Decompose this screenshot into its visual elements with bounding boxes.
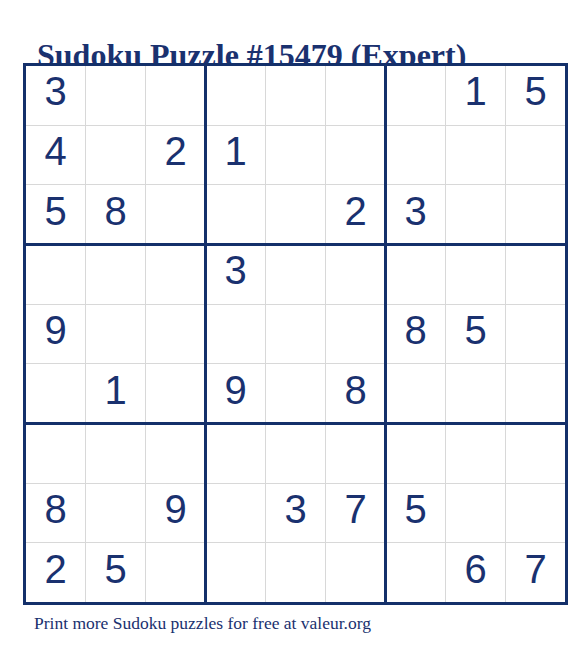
cell-r4c7 xyxy=(386,245,445,304)
cell-r7c4 xyxy=(206,424,265,483)
cell-r6c6: 8 xyxy=(326,364,385,423)
cell-r2c5 xyxy=(266,126,325,185)
cell-r1c9: 5 xyxy=(506,66,565,125)
cell-r5c8: 5 xyxy=(446,305,505,364)
cell-r8c6: 7 xyxy=(326,484,385,543)
cell-r7c9 xyxy=(506,424,565,483)
cell-r9c8: 6 xyxy=(446,543,505,602)
cell-r9c9: 7 xyxy=(506,543,565,602)
cell-r2c9 xyxy=(506,126,565,185)
cell-r2c1: 4 xyxy=(26,126,85,185)
cell-r9c3 xyxy=(146,543,205,602)
cell-r8c4 xyxy=(206,484,265,543)
cell-r4c8 xyxy=(446,245,505,304)
cell-r3c9 xyxy=(506,185,565,244)
cell-r7c2 xyxy=(86,424,145,483)
cell-r8c3: 9 xyxy=(146,484,205,543)
cell-r3c7: 3 xyxy=(386,185,445,244)
cell-r9c4 xyxy=(206,543,265,602)
cell-r2c3: 2 xyxy=(146,126,205,185)
cell-r8c8 xyxy=(446,484,505,543)
cell-r3c5 xyxy=(266,185,325,244)
cell-r7c8 xyxy=(446,424,505,483)
cell-r6c2: 1 xyxy=(86,364,145,423)
sudoku-board: 31542158233985198893752567 xyxy=(23,63,568,605)
cell-r5c7: 8 xyxy=(386,305,445,364)
cell-r6c3 xyxy=(146,364,205,423)
cell-r3c3 xyxy=(146,185,205,244)
cell-r7c7 xyxy=(386,424,445,483)
cell-r4c1 xyxy=(26,245,85,304)
cell-r4c5 xyxy=(266,245,325,304)
cell-r5c3 xyxy=(146,305,205,364)
cell-r9c5 xyxy=(266,543,325,602)
cell-r6c4: 9 xyxy=(206,364,265,423)
cell-r8c2 xyxy=(86,484,145,543)
cell-r3c2: 8 xyxy=(86,185,145,244)
cell-r8c5: 3 xyxy=(266,484,325,543)
cell-r5c6 xyxy=(326,305,385,364)
cell-r3c6: 2 xyxy=(326,185,385,244)
footer-text: Print more Sudoku puzzles for free at va… xyxy=(34,613,371,634)
cell-r1c5 xyxy=(266,66,325,125)
cell-r6c9 xyxy=(506,364,565,423)
cell-r1c1: 3 xyxy=(26,66,85,125)
cell-r6c5 xyxy=(266,364,325,423)
cell-r3c1: 5 xyxy=(26,185,85,244)
cell-r2c6 xyxy=(326,126,385,185)
cell-r4c2 xyxy=(86,245,145,304)
cell-r4c9 xyxy=(506,245,565,304)
cell-r2c4: 1 xyxy=(206,126,265,185)
cell-r2c8 xyxy=(446,126,505,185)
cell-r3c4 xyxy=(206,185,265,244)
cell-r1c6 xyxy=(326,66,385,125)
cell-r1c4 xyxy=(206,66,265,125)
cell-r6c1 xyxy=(26,364,85,423)
cell-r5c2 xyxy=(86,305,145,364)
cell-r2c2 xyxy=(86,126,145,185)
cell-r9c6 xyxy=(326,543,385,602)
cell-r5c9 xyxy=(506,305,565,364)
cell-r7c5 xyxy=(266,424,325,483)
cell-r5c1: 9 xyxy=(26,305,85,364)
cell-r1c7 xyxy=(386,66,445,125)
cell-r8c7: 5 xyxy=(386,484,445,543)
cell-r6c8 xyxy=(446,364,505,423)
cell-r7c3 xyxy=(146,424,205,483)
cell-r4c4: 3 xyxy=(206,245,265,304)
cell-r4c3 xyxy=(146,245,205,304)
cell-r9c2: 5 xyxy=(86,543,145,602)
cell-r1c3 xyxy=(146,66,205,125)
cell-r6c7 xyxy=(386,364,445,423)
cell-r9c7 xyxy=(386,543,445,602)
cell-r9c1: 2 xyxy=(26,543,85,602)
cell-r7c1 xyxy=(26,424,85,483)
cell-r4c6 xyxy=(326,245,385,304)
cell-r5c4 xyxy=(206,305,265,364)
cell-r1c8: 1 xyxy=(446,66,505,125)
cell-r2c7 xyxy=(386,126,445,185)
cell-r1c2 xyxy=(86,66,145,125)
cell-r5c5 xyxy=(266,305,325,364)
cell-r8c1: 8 xyxy=(26,484,85,543)
cell-r7c6 xyxy=(326,424,385,483)
cell-r8c9 xyxy=(506,484,565,543)
cell-r3c8 xyxy=(446,185,505,244)
